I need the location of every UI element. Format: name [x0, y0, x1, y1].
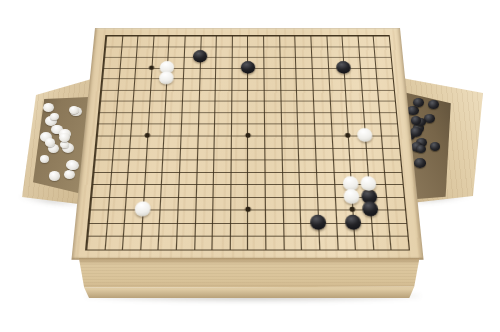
white-tray-stone [67, 161, 78, 170]
star-point [245, 207, 251, 212]
black-stone [240, 61, 254, 74]
star-point [350, 207, 356, 212]
white-tray-stone [40, 155, 49, 162]
white-tray-stone [49, 171, 60, 180]
star-point [144, 133, 150, 138]
black-tray-stone [424, 114, 435, 123]
black-tray-stone [411, 116, 421, 124]
white-tray-stone [64, 170, 75, 179]
white-tray-stone [50, 113, 59, 120]
star-point [245, 133, 250, 138]
black-tray-stone [430, 142, 441, 151]
white-stone [159, 72, 174, 85]
black-stone [345, 214, 362, 229]
white-tray-stone [45, 138, 56, 147]
white-stone [343, 189, 359, 204]
white-stone [360, 176, 377, 191]
black-stone [362, 202, 379, 217]
black-tray-stone [407, 106, 419, 116]
white-tray-stone [43, 103, 54, 112]
star-point [149, 65, 154, 69]
black-tray-stone [414, 158, 426, 168]
black-stone [336, 61, 351, 74]
black-stone [192, 50, 207, 62]
go-board-grid [85, 35, 410, 250]
black-stone [310, 214, 326, 229]
black-tray-stone [410, 127, 422, 137]
go-set-product-photo [0, 0, 500, 332]
board-top-surface [71, 28, 423, 260]
star-point [345, 133, 351, 138]
black-tray-stone [413, 98, 425, 108]
white-tray-stone [59, 133, 70, 142]
white-stone [357, 128, 373, 142]
black-tray-stone [416, 145, 426, 153]
black-tray-stone [428, 100, 439, 109]
goban-front-face [74, 258, 424, 298]
white-stone [134, 202, 151, 217]
